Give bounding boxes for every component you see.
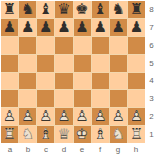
square-g3[interactable]	[110, 90, 127, 107]
square-d3[interactable]	[55, 90, 72, 107]
square-d7[interactable]: ♟	[55, 19, 72, 36]
square-h4[interactable]	[128, 73, 145, 90]
white-piece-outline: ♙	[112, 107, 125, 125]
white-queen-piece[interactable]: ♛♕	[57, 127, 70, 142]
black-pawn-piece[interactable]: ♟	[21, 20, 34, 35]
square-f2[interactable]: ♟♙	[92, 108, 109, 125]
square-d5[interactable]	[55, 55, 72, 72]
white-pawn-piece[interactable]: ♟♙	[57, 109, 70, 124]
square-g5[interactable]	[110, 55, 127, 72]
black-bishop-piece[interactable]: ♝	[39, 2, 52, 17]
white-king-piece[interactable]: ♚♔	[75, 127, 88, 142]
square-c4[interactable]	[37, 73, 54, 90]
black-bishop-piece[interactable]: ♝	[93, 2, 106, 17]
square-a2[interactable]: ♟♙	[1, 108, 18, 125]
square-c5[interactable]	[37, 55, 54, 72]
square-c8[interactable]: ♝	[37, 1, 54, 18]
file-label-c: c	[37, 143, 55, 155]
black-pawn-piece[interactable]: ♟	[75, 20, 88, 35]
square-f4[interactable]	[92, 73, 109, 90]
white-pawn-piece[interactable]: ♟♙	[39, 109, 52, 124]
white-pawn-piece[interactable]: ♟♙	[75, 109, 88, 124]
white-piece-outline: ♘	[21, 125, 34, 143]
black-pawn-piece[interactable]: ♟	[130, 20, 143, 35]
square-b5[interactable]	[19, 55, 36, 72]
file-label-h: h	[127, 143, 145, 155]
square-f7[interactable]: ♟	[92, 19, 109, 36]
file-label-f: f	[91, 143, 109, 155]
file-label-b: b	[19, 143, 37, 155]
white-pawn-piece[interactable]: ♟♙	[21, 109, 34, 124]
file-label-e: e	[73, 143, 91, 155]
white-pawn-piece[interactable]: ♟♙	[3, 109, 16, 124]
square-h7[interactable]: ♟	[128, 19, 145, 36]
square-f1[interactable]: ♝♗	[92, 126, 109, 143]
file-label-g: g	[109, 143, 127, 155]
white-piece-outline: ♙	[3, 107, 16, 125]
square-a7[interactable]: ♟	[1, 19, 18, 36]
square-e5[interactable]	[74, 55, 91, 72]
white-piece-outline: ♙	[57, 107, 70, 125]
square-g1[interactable]: ♞♘	[110, 126, 127, 143]
square-d8[interactable]: ♛	[55, 1, 72, 18]
rank-label-5: 5	[145, 54, 158, 72]
white-bishop-piece[interactable]: ♝♗	[93, 127, 106, 142]
white-pawn-piece[interactable]: ♟♙	[130, 109, 143, 124]
black-rook-piece[interactable]: ♜	[3, 2, 16, 17]
square-b3[interactable]	[19, 90, 36, 107]
square-d2[interactable]: ♟♙	[55, 108, 72, 125]
black-pawn-piece[interactable]: ♟	[39, 20, 52, 35]
white-rook-piece[interactable]: ♜♖	[3, 127, 16, 142]
square-e2[interactable]: ♟♙	[74, 108, 91, 125]
square-h2[interactable]: ♟♙	[128, 108, 145, 125]
square-f6[interactable]	[92, 37, 109, 54]
square-c2[interactable]: ♟♙	[37, 108, 54, 125]
square-c7[interactable]: ♟	[37, 19, 54, 36]
white-knight-piece[interactable]: ♞♘	[21, 127, 34, 142]
rank-label-1: 1	[145, 125, 158, 143]
white-piece-outline: ♗	[39, 125, 52, 143]
white-pawn-piece[interactable]: ♟♙	[93, 109, 106, 124]
black-pawn-piece[interactable]: ♟	[57, 20, 70, 35]
square-a1[interactable]: ♜♖	[1, 126, 18, 143]
square-a8[interactable]: ♜	[1, 1, 18, 18]
white-piece-outline: ♙	[21, 107, 34, 125]
square-d6[interactable]	[55, 37, 72, 54]
square-g4[interactable]	[110, 73, 127, 90]
square-h5[interactable]	[128, 55, 145, 72]
rank-label-3: 3	[145, 90, 158, 108]
square-c1[interactable]: ♝♗	[37, 126, 54, 143]
file-label-d: d	[55, 143, 73, 155]
black-pawn-piece[interactable]: ♟	[112, 20, 125, 35]
white-piece-outline: ♖	[130, 125, 143, 143]
square-a5[interactable]	[1, 55, 18, 72]
white-piece-outline: ♗	[93, 125, 106, 143]
square-g6[interactable]	[110, 37, 127, 54]
white-piece-outline: ♖	[3, 125, 16, 143]
white-piece-outline: ♙	[93, 107, 106, 125]
square-b1[interactable]: ♞♘	[19, 126, 36, 143]
square-e8[interactable]: ♚	[74, 1, 91, 18]
square-a3[interactable]	[1, 90, 18, 107]
square-f3[interactable]	[92, 90, 109, 107]
white-piece-outline: ♔	[75, 125, 88, 143]
rank-label-8: 8	[145, 1, 158, 19]
black-knight-piece[interactable]: ♞	[112, 2, 125, 17]
square-g7[interactable]: ♟	[110, 19, 127, 36]
square-a4[interactable]	[1, 73, 18, 90]
square-h3[interactable]	[128, 90, 145, 107]
black-queen-piece[interactable]: ♛	[57, 2, 70, 17]
square-e6[interactable]	[74, 37, 91, 54]
square-e7[interactable]: ♟	[74, 19, 91, 36]
square-b7[interactable]: ♟	[19, 19, 36, 36]
black-king-piece[interactable]: ♚	[75, 2, 88, 17]
white-rook-piece[interactable]: ♜♖	[130, 127, 143, 142]
square-h8[interactable]: ♜	[128, 1, 145, 18]
white-knight-piece[interactable]: ♞♘	[112, 127, 125, 142]
black-pawn-piece[interactable]: ♟	[3, 20, 16, 35]
square-h1[interactable]: ♜♖	[128, 126, 145, 143]
square-d4[interactable]	[55, 73, 72, 90]
white-piece-outline: ♕	[57, 125, 70, 143]
chessboard-widget: ♜♞♝♛♚♝♞♜♟♟♟♟♟♟♟♟♟♙♟♙♟♙♟♙♟♙♟♙♟♙♟♙♜♖♞♘♝♗♛♕…	[0, 0, 158, 155]
file-label-a: a	[1, 143, 19, 155]
rank-label-2: 2	[145, 108, 158, 126]
square-d1[interactable]: ♛♕	[55, 126, 72, 143]
white-piece-outline: ♙	[39, 107, 52, 125]
rank-label-6: 6	[145, 37, 158, 55]
square-c6[interactable]	[37, 37, 54, 54]
black-pawn-piece[interactable]: ♟	[93, 20, 106, 35]
white-piece-outline: ♘	[112, 125, 125, 143]
file-coordinates: abcdefgh	[1, 143, 145, 155]
square-a6[interactable]	[1, 37, 18, 54]
white-piece-outline: ♙	[130, 107, 143, 125]
chess-board: ♜♞♝♛♚♝♞♜♟♟♟♟♟♟♟♟♟♙♟♙♟♙♟♙♟♙♟♙♟♙♟♙♜♖♞♘♝♗♛♕…	[1, 1, 145, 143]
square-b4[interactable]	[19, 73, 36, 90]
square-b2[interactable]: ♟♙	[19, 108, 36, 125]
square-g8[interactable]: ♞	[110, 1, 127, 18]
white-bishop-piece[interactable]: ♝♗	[39, 127, 52, 142]
rank-coordinates: 87654321	[145, 1, 158, 143]
square-e4[interactable]	[74, 73, 91, 90]
square-b8[interactable]: ♞	[19, 1, 36, 18]
square-g2[interactable]: ♟♙	[110, 108, 127, 125]
rank-label-4: 4	[145, 72, 158, 90]
square-b6[interactable]	[19, 37, 36, 54]
square-f8[interactable]: ♝	[92, 1, 109, 18]
square-f5[interactable]	[92, 55, 109, 72]
square-e3[interactable]	[74, 90, 91, 107]
square-c3[interactable]	[37, 90, 54, 107]
black-knight-piece[interactable]: ♞	[21, 2, 34, 17]
white-pawn-piece[interactable]: ♟♙	[112, 109, 125, 124]
white-piece-outline: ♙	[75, 107, 88, 125]
rank-label-7: 7	[145, 19, 158, 37]
square-h6[interactable]	[128, 37, 145, 54]
square-e1[interactable]: ♚♔	[74, 126, 91, 143]
black-rook-piece[interactable]: ♜	[130, 2, 143, 17]
